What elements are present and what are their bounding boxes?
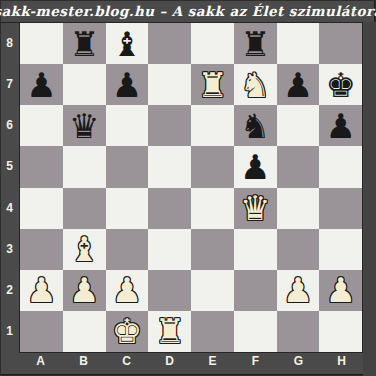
piece-black-pawn[interactable]: ♟ [240, 150, 270, 184]
rank-labels: 87654321 [0, 22, 19, 352]
piece-black-pawn[interactable]: ♟ [26, 68, 56, 102]
square-h3[interactable] [319, 229, 362, 270]
square-a4[interactable] [20, 188, 63, 229]
square-b3[interactable]: ♝ [63, 229, 106, 270]
piece-white-pawn[interactable]: ♟ [26, 273, 56, 307]
square-f6[interactable]: ♞ [234, 105, 277, 146]
square-h4[interactable] [319, 188, 362, 229]
piece-white-bishop[interactable]: ♝ [69, 232, 99, 266]
square-a3[interactable] [20, 229, 63, 270]
rank-label-5: 5 [0, 146, 19, 187]
square-b2[interactable]: ♟ [63, 270, 106, 311]
square-d4[interactable] [148, 188, 191, 229]
piece-white-pawn[interactable]: ♟ [325, 273, 355, 307]
square-d5[interactable] [148, 146, 191, 187]
square-c8[interactable]: ♝ [106, 23, 149, 64]
right-frame [363, 22, 376, 376]
board: ♜♝♜♟♟♜♞♟♚♛♞♟♟♛♝♟♟♟♟♟♚♜ [19, 22, 363, 353]
piece-white-queen[interactable]: ♛ [240, 191, 270, 225]
square-b6[interactable]: ♛ [63, 105, 106, 146]
square-d8[interactable] [148, 23, 191, 64]
square-g1[interactable] [277, 311, 320, 352]
square-g5[interactable] [277, 146, 320, 187]
piece-black-bishop[interactable]: ♝ [112, 27, 142, 61]
piece-black-queen[interactable]: ♛ [69, 109, 99, 143]
square-b7[interactable] [63, 64, 106, 105]
piece-white-rook[interactable]: ♜ [154, 314, 184, 348]
square-c1[interactable]: ♚ [106, 311, 149, 352]
file-label-b: B [62, 353, 105, 373]
square-a1[interactable] [20, 311, 63, 352]
square-h7[interactable]: ♚ [319, 64, 362, 105]
square-a6[interactable] [20, 105, 63, 146]
square-a7[interactable]: ♟ [20, 64, 63, 105]
square-e1[interactable] [191, 311, 234, 352]
square-a2[interactable]: ♟ [20, 270, 63, 311]
piece-black-pawn[interactable]: ♟ [283, 68, 313, 102]
square-h5[interactable] [319, 146, 362, 187]
square-g6[interactable] [277, 105, 320, 146]
piece-black-king[interactable]: ♚ [325, 68, 355, 102]
piece-black-rook[interactable]: ♜ [69, 27, 99, 61]
piece-black-knight[interactable]: ♞ [240, 109, 270, 143]
square-h6[interactable]: ♟ [319, 105, 362, 146]
file-label-e: E [191, 353, 234, 373]
square-f2[interactable] [234, 270, 277, 311]
square-h2[interactable]: ♟ [319, 270, 362, 311]
square-g4[interactable] [277, 188, 320, 229]
square-b8[interactable]: ♜ [63, 23, 106, 64]
title-text: sakk-mester.blog.hu – A sakk az Élet szi… [0, 3, 376, 19]
piece-white-pawn[interactable]: ♟ [112, 273, 142, 307]
rank-label-3: 3 [0, 228, 19, 269]
square-e5[interactable] [191, 146, 234, 187]
rank-label-4: 4 [0, 187, 19, 228]
piece-white-pawn[interactable]: ♟ [283, 273, 313, 307]
file-label-d: D [148, 353, 191, 373]
square-e4[interactable] [191, 188, 234, 229]
square-d3[interactable] [148, 229, 191, 270]
title-bar: sakk-mester.blog.hu – A sakk az Élet szi… [0, 0, 376, 23]
square-c5[interactable] [106, 146, 149, 187]
rank-label-8: 8 [0, 22, 19, 63]
file-label-f: F [234, 353, 277, 373]
piece-black-pawn[interactable]: ♟ [112, 68, 142, 102]
rank-label-6: 6 [0, 105, 19, 146]
square-f7[interactable]: ♞ [234, 64, 277, 105]
file-label-a: A [19, 353, 62, 373]
square-g2[interactable]: ♟ [277, 270, 320, 311]
square-e3[interactable] [191, 229, 234, 270]
square-h1[interactable] [319, 311, 362, 352]
square-a8[interactable] [20, 23, 63, 64]
square-c2[interactable]: ♟ [106, 270, 149, 311]
square-c3[interactable] [106, 229, 149, 270]
square-e7[interactable]: ♜ [191, 64, 234, 105]
square-f4[interactable]: ♛ [234, 188, 277, 229]
square-b4[interactable] [63, 188, 106, 229]
square-e6[interactable] [191, 105, 234, 146]
piece-white-knight[interactable]: ♞ [240, 68, 270, 102]
piece-white-king[interactable]: ♚ [112, 314, 142, 348]
square-c4[interactable] [106, 188, 149, 229]
square-f8[interactable]: ♜ [234, 23, 277, 64]
square-d1[interactable]: ♜ [148, 311, 191, 352]
rank-label-1: 1 [0, 311, 19, 352]
piece-black-rook[interactable]: ♜ [240, 27, 270, 61]
file-label-h: H [320, 353, 363, 373]
square-b5[interactable] [63, 146, 106, 187]
square-d7[interactable] [148, 64, 191, 105]
square-e2[interactable] [191, 270, 234, 311]
square-g7[interactable]: ♟ [277, 64, 320, 105]
square-a5[interactable] [20, 146, 63, 187]
file-label-c: C [105, 353, 148, 373]
square-b1[interactable] [63, 311, 106, 352]
piece-white-pawn[interactable]: ♟ [69, 273, 99, 307]
square-c7[interactable]: ♟ [106, 64, 149, 105]
file-label-g: G [277, 353, 320, 373]
piece-black-pawn[interactable]: ♟ [325, 109, 355, 143]
square-h8[interactable] [319, 23, 362, 64]
piece-white-rook[interactable]: ♜ [197, 68, 227, 102]
chess-widget: sakk-mester.blog.hu – A sakk az Élet szi… [0, 0, 376, 376]
rank-label-2: 2 [0, 270, 19, 311]
square-d6[interactable] [148, 105, 191, 146]
rank-label-7: 7 [0, 63, 19, 104]
square-f1[interactable] [234, 311, 277, 352]
square-f5[interactable]: ♟ [234, 146, 277, 187]
square-e8[interactable] [191, 23, 234, 64]
square-g3[interactable] [277, 229, 320, 270]
file-labels: ABCDEFGH [19, 353, 363, 373]
square-c6[interactable] [106, 105, 149, 146]
square-f3[interactable] [234, 229, 277, 270]
square-g8[interactable] [277, 23, 320, 64]
square-d2[interactable] [148, 270, 191, 311]
